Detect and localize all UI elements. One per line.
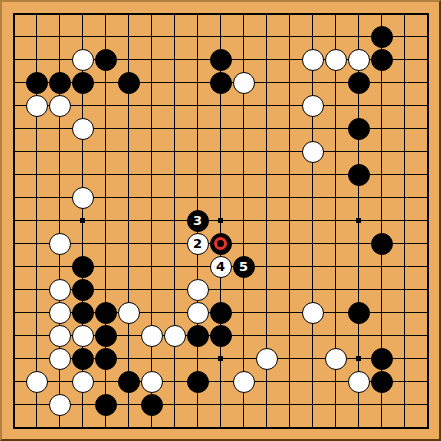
intersection: [232, 232, 255, 255]
black-stone: [72, 279, 94, 301]
black-stone: [72, 256, 94, 278]
intersection: [416, 232, 439, 255]
intersection: [232, 163, 255, 186]
intersection: [94, 393, 117, 416]
intersection: [140, 278, 163, 301]
intersection: [347, 255, 370, 278]
white-stone: [348, 49, 370, 71]
intersection: [278, 255, 301, 278]
intersection: [301, 186, 324, 209]
white-stone: [325, 348, 347, 370]
black-stone: [26, 72, 48, 94]
white-stone: [26, 371, 48, 393]
white-stone: [187, 279, 209, 301]
intersection: [347, 94, 370, 117]
intersection: [117, 71, 140, 94]
white-stone: [49, 302, 71, 324]
intersection: [140, 163, 163, 186]
intersection: [48, 48, 71, 71]
intersection: [186, 301, 209, 324]
intersection: [25, 163, 48, 186]
intersection: [25, 94, 48, 117]
intersection: [25, 140, 48, 163]
intersection: [278, 25, 301, 48]
intersection: [416, 324, 439, 347]
intersection: [186, 278, 209, 301]
intersection: [370, 163, 393, 186]
intersection: [393, 209, 416, 232]
black-stone: [371, 26, 393, 48]
star-point: [356, 356, 361, 361]
intersection: [48, 2, 71, 25]
intersection: [278, 117, 301, 140]
intersection: [71, 94, 94, 117]
intersection: [416, 301, 439, 324]
intersection: [163, 71, 186, 94]
intersection: [255, 370, 278, 393]
intersection: [255, 255, 278, 278]
intersection: [370, 71, 393, 94]
intersection: [25, 25, 48, 48]
intersection: [393, 163, 416, 186]
intersection: [416, 393, 439, 416]
intersection: [48, 209, 71, 232]
intersection: [209, 2, 232, 25]
intersection: [347, 278, 370, 301]
intersection: [209, 301, 232, 324]
white-stone: [72, 118, 94, 140]
intersection: [370, 370, 393, 393]
intersection: [255, 416, 278, 439]
intersection: [393, 347, 416, 370]
intersection: [393, 117, 416, 140]
intersection: [301, 370, 324, 393]
intersection: [25, 117, 48, 140]
intersection: [140, 140, 163, 163]
intersection: [48, 186, 71, 209]
intersection: [163, 25, 186, 48]
intersection: [209, 416, 232, 439]
intersection: [370, 324, 393, 347]
intersection: [301, 71, 324, 94]
black-stone: [72, 348, 94, 370]
intersection: [301, 48, 324, 71]
intersection: [209, 370, 232, 393]
intersection: [117, 301, 140, 324]
intersection: [324, 393, 347, 416]
star-point: [218, 218, 223, 223]
intersection: [278, 416, 301, 439]
intersection: [232, 370, 255, 393]
intersection: [94, 232, 117, 255]
intersection: [2, 94, 25, 117]
intersection: [94, 117, 117, 140]
intersection: [301, 347, 324, 370]
intersection: [163, 393, 186, 416]
intersection: [255, 117, 278, 140]
intersection: [48, 232, 71, 255]
intersection: [255, 71, 278, 94]
intersection: [140, 255, 163, 278]
intersection: [324, 2, 347, 25]
intersection: [370, 416, 393, 439]
black-stone: [210, 302, 232, 324]
intersection: [209, 71, 232, 94]
intersection: [163, 370, 186, 393]
intersection: [232, 71, 255, 94]
intersection: [71, 324, 94, 347]
intersection: [2, 163, 25, 186]
black-stone: [49, 72, 71, 94]
intersection: [48, 25, 71, 48]
intersection: [393, 186, 416, 209]
intersection: [140, 71, 163, 94]
intersection: [232, 324, 255, 347]
intersection: [48, 94, 71, 117]
intersection: [71, 232, 94, 255]
intersection: [416, 370, 439, 393]
black-stone: [95, 302, 117, 324]
intersection: [140, 324, 163, 347]
intersection: [370, 140, 393, 163]
intersection: [163, 117, 186, 140]
intersection: [140, 232, 163, 255]
intersection: [347, 324, 370, 347]
intersection: [278, 232, 301, 255]
intersection: [71, 117, 94, 140]
intersection: [2, 347, 25, 370]
intersection: [117, 370, 140, 393]
go-board: 3245: [0, 0, 441, 441]
intersection: [324, 324, 347, 347]
intersection: [163, 209, 186, 232]
intersection: [347, 71, 370, 94]
intersection: [347, 186, 370, 209]
intersection: [186, 117, 209, 140]
intersection: [416, 278, 439, 301]
black-stone: [95, 49, 117, 71]
intersection: [163, 186, 186, 209]
intersection: [324, 94, 347, 117]
intersection: [232, 416, 255, 439]
intersection: [48, 71, 71, 94]
intersection: [71, 416, 94, 439]
intersection: 2: [186, 232, 209, 255]
intersection: [71, 140, 94, 163]
intersection: [278, 71, 301, 94]
intersection: [25, 255, 48, 278]
intersection: [48, 140, 71, 163]
intersection: [370, 255, 393, 278]
intersection: [163, 232, 186, 255]
white-stone: [72, 49, 94, 71]
intersection: [255, 301, 278, 324]
intersection: [94, 347, 117, 370]
white-stone: [49, 325, 71, 347]
black-stone: 5: [233, 256, 255, 278]
intersection: [186, 48, 209, 71]
white-stone: [49, 394, 71, 416]
intersection: [301, 416, 324, 439]
intersection: [48, 163, 71, 186]
intersection: [2, 232, 25, 255]
intersection: [347, 48, 370, 71]
intersection: [94, 301, 117, 324]
intersection: [393, 71, 416, 94]
intersection: 4: [209, 255, 232, 278]
star-point: [218, 356, 223, 361]
intersection: [232, 393, 255, 416]
intersection: [347, 209, 370, 232]
black-stone: [118, 72, 140, 94]
intersection: [232, 25, 255, 48]
intersection: [416, 25, 439, 48]
intersection: [301, 2, 324, 25]
black-stone: [371, 49, 393, 71]
intersection: [2, 117, 25, 140]
intersection: [347, 163, 370, 186]
intersection: [48, 370, 71, 393]
intersection: [278, 393, 301, 416]
intersection: [278, 140, 301, 163]
intersection: [186, 25, 209, 48]
intersection: [324, 48, 347, 71]
intersection: [94, 278, 117, 301]
intersection: [393, 370, 416, 393]
intersection: [416, 140, 439, 163]
intersection: [232, 209, 255, 232]
intersection: [209, 209, 232, 232]
intersection: [278, 163, 301, 186]
intersection: [186, 186, 209, 209]
intersection: [370, 2, 393, 25]
intersection: [232, 140, 255, 163]
intersection: [278, 48, 301, 71]
intersection: [416, 117, 439, 140]
intersection: [393, 278, 416, 301]
intersection: [255, 163, 278, 186]
white-stone: [302, 95, 324, 117]
intersection: [255, 140, 278, 163]
intersection: [393, 232, 416, 255]
intersection: [71, 48, 94, 71]
intersection: [186, 370, 209, 393]
intersection: [255, 94, 278, 117]
intersection: [186, 255, 209, 278]
intersection: [94, 370, 117, 393]
white-stone: [141, 325, 163, 347]
intersection: [117, 117, 140, 140]
black-stone: [141, 394, 163, 416]
intersection: [209, 347, 232, 370]
intersection: [324, 301, 347, 324]
intersection: [117, 416, 140, 439]
intersection: [71, 186, 94, 209]
intersection: [278, 347, 301, 370]
intersection: [209, 278, 232, 301]
intersection: [163, 48, 186, 71]
intersection: [324, 278, 347, 301]
white-stone: [233, 72, 255, 94]
intersection: [301, 140, 324, 163]
intersection: [324, 186, 347, 209]
intersection: [117, 163, 140, 186]
intersection: [370, 301, 393, 324]
intersection: [48, 347, 71, 370]
white-stone: [164, 325, 186, 347]
intersection: [48, 416, 71, 439]
intersection: [278, 301, 301, 324]
intersection: [232, 278, 255, 301]
white-stone: [118, 302, 140, 324]
intersection: [347, 370, 370, 393]
intersection: [186, 71, 209, 94]
intersection: [94, 140, 117, 163]
intersection: [25, 2, 48, 25]
intersection: [278, 94, 301, 117]
intersection: [140, 2, 163, 25]
white-stone: [72, 187, 94, 209]
white-stone: [26, 95, 48, 117]
white-stone: [302, 49, 324, 71]
intersection: [186, 2, 209, 25]
intersection: [301, 163, 324, 186]
intersection: [232, 301, 255, 324]
intersection: [209, 186, 232, 209]
intersection: [163, 163, 186, 186]
intersection: [209, 324, 232, 347]
intersection: [140, 94, 163, 117]
intersection: [209, 48, 232, 71]
intersection: [255, 278, 278, 301]
intersection: [393, 255, 416, 278]
intersection: [209, 393, 232, 416]
intersection: [25, 209, 48, 232]
intersection: [163, 347, 186, 370]
intersection: [71, 25, 94, 48]
intersection: [232, 94, 255, 117]
intersection: [163, 324, 186, 347]
intersection: [94, 255, 117, 278]
white-stone: 4: [210, 256, 232, 278]
intersection: [324, 370, 347, 393]
white-stone: [49, 279, 71, 301]
intersection: [324, 163, 347, 186]
intersection: [393, 94, 416, 117]
star-point: [80, 218, 85, 223]
intersection: [255, 324, 278, 347]
intersection: [25, 71, 48, 94]
black-stone: [210, 72, 232, 94]
intersection: [301, 324, 324, 347]
black-stone: [95, 325, 117, 347]
intersection: [71, 255, 94, 278]
intersection: [347, 232, 370, 255]
intersection: [347, 117, 370, 140]
intersection: [2, 301, 25, 324]
intersection: [117, 255, 140, 278]
white-stone: [72, 325, 94, 347]
intersection: [163, 140, 186, 163]
intersection: [117, 347, 140, 370]
intersection: [2, 370, 25, 393]
intersection: [71, 347, 94, 370]
intersection: [140, 393, 163, 416]
intersection: [370, 25, 393, 48]
intersection: [186, 163, 209, 186]
intersection: [278, 370, 301, 393]
intersection: [186, 94, 209, 117]
intersection: [255, 2, 278, 25]
intersection: [416, 94, 439, 117]
intersection: [48, 255, 71, 278]
intersection: [117, 324, 140, 347]
intersection: [209, 25, 232, 48]
intersection: [278, 2, 301, 25]
intersection: [324, 71, 347, 94]
white-stone: [49, 233, 71, 255]
intersection: [2, 140, 25, 163]
intersection: [2, 2, 25, 25]
intersection: [117, 2, 140, 25]
intersection: [117, 186, 140, 209]
intersection: [301, 94, 324, 117]
intersection: [393, 416, 416, 439]
intersection: [2, 255, 25, 278]
intersection: [301, 232, 324, 255]
intersection: [71, 370, 94, 393]
intersection: [2, 278, 25, 301]
intersection: 5: [232, 255, 255, 278]
intersection: [324, 209, 347, 232]
intersection: [255, 232, 278, 255]
intersection: [140, 301, 163, 324]
black-stone: [210, 325, 232, 347]
intersection: [71, 2, 94, 25]
intersection: [2, 71, 25, 94]
white-stone: [187, 302, 209, 324]
intersection: [393, 2, 416, 25]
intersection: [416, 416, 439, 439]
intersection: [163, 2, 186, 25]
intersection: [301, 278, 324, 301]
star-point: [356, 218, 361, 223]
intersection: [48, 393, 71, 416]
intersection: [255, 209, 278, 232]
intersection: [324, 25, 347, 48]
black-stone: [348, 302, 370, 324]
intersection: [25, 278, 48, 301]
intersection: [163, 94, 186, 117]
intersection: [94, 163, 117, 186]
intersection: [163, 255, 186, 278]
intersection: [255, 186, 278, 209]
white-stone: [72, 371, 94, 393]
intersection: [186, 347, 209, 370]
intersection: [301, 25, 324, 48]
intersection: [393, 301, 416, 324]
black-stone: [187, 325, 209, 347]
intersection: [117, 209, 140, 232]
intersection: [2, 393, 25, 416]
intersection: [255, 25, 278, 48]
intersection: [370, 94, 393, 117]
intersection: [25, 370, 48, 393]
intersection: [94, 48, 117, 71]
intersection: [347, 2, 370, 25]
intersection: [48, 117, 71, 140]
intersection: [163, 278, 186, 301]
